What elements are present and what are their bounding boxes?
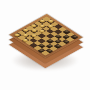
product-photo-stage <box>0 0 90 90</box>
